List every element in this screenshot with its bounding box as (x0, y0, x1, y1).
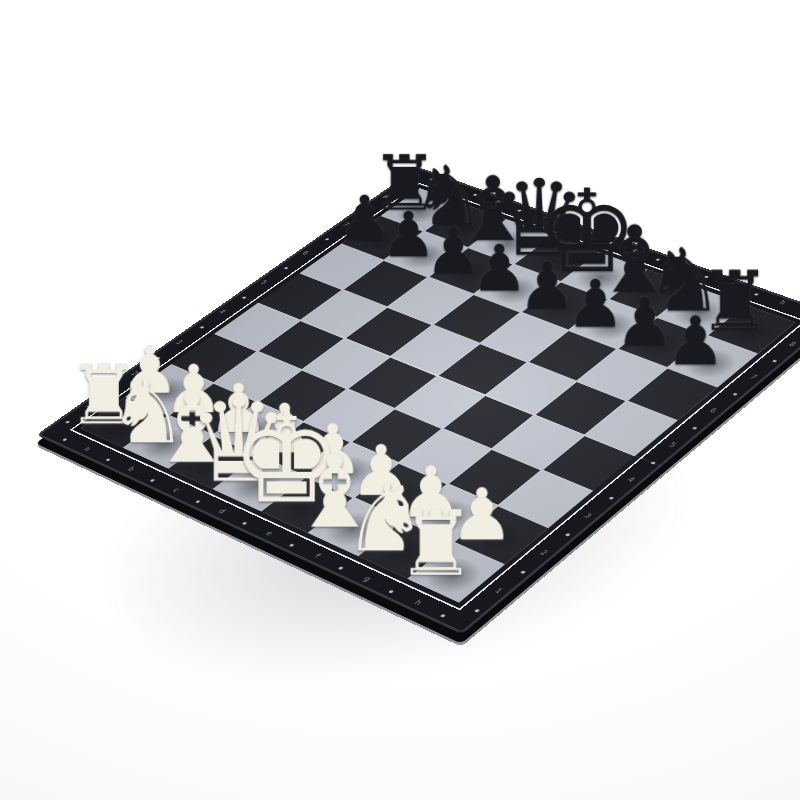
frame-rivet (704, 275, 709, 278)
coordinate-label-8: 8 (784, 339, 800, 349)
frame-rivet (772, 360, 778, 363)
coordinate-label-3: 3 (171, 338, 187, 347)
coordinate-label-b: b (491, 198, 507, 206)
frame-rivet (692, 426, 698, 429)
coordinate-label-2: 2 (126, 369, 142, 378)
frame-rivet (155, 357, 160, 360)
frame-rivet (338, 566, 344, 570)
frame-rivet (429, 178, 434, 181)
frame-rivet (651, 461, 657, 465)
board-perspective-scene: ♜♞♝♛♚♝♞♜♟♟♟♟♟♟♟♟♟♟♟♟♟♟♟♟♜♞♝♛♚♝♞♜ aa88bb7… (109, 47, 767, 705)
frame-rivet (440, 614, 446, 618)
frame-rivet (474, 609, 480, 613)
frame-rivet (608, 242, 613, 245)
frame-rivet (520, 570, 526, 574)
frame-rivet (562, 225, 567, 228)
coordinate-label-6: 6 (298, 249, 314, 257)
frame-rivet (62, 438, 68, 441)
coordinate-label-5: 5 (256, 278, 272, 287)
coordinate-label-d: d (581, 230, 597, 239)
frame-rivet (608, 497, 614, 501)
board-grid: ♜♞♝♛♚♝♞♜♟♟♟♟♟♟♟♟♟♟♟♟♟♟♟♟♜♞♝♛♚♝♞♜ (81, 188, 796, 602)
frame-rivet (241, 521, 247, 525)
coordinate-label-4: 4 (214, 307, 230, 316)
frame-rivet (473, 194, 478, 197)
piece-contact-shadow (174, 443, 246, 486)
frame-rivet (404, 182, 409, 185)
coordinate-label-g: g (358, 573, 376, 584)
coordinate-label-f: f (309, 550, 327, 561)
coordinate-label-c: c (535, 214, 551, 222)
coordinate-label-c: c (168, 485, 185, 495)
frame-rivet (289, 544, 295, 548)
frame-rivet (325, 238, 330, 241)
frame-rivet (65, 421, 71, 424)
coordinate-label-6: 6 (705, 405, 722, 415)
coordinate-label-f: f (675, 263, 691, 272)
coordinate-label-a: a (79, 444, 96, 454)
coordinate-label-2: 2 (535, 547, 553, 558)
frame-rivet (365, 210, 370, 213)
square-b4 (259, 321, 344, 369)
coordinate-label-b: b (123, 464, 140, 474)
coordinate-label-d: d (213, 506, 231, 517)
board-playing-area: ♜♞♝♛♚♝♞♜♟♟♟♟♟♟♟♟♟♟♟♟♟♟♟♟♜♞♝♛♚♝♞♜ (70, 183, 800, 611)
frame-rivet (656, 258, 661, 261)
coordinate-label-e: e (628, 246, 644, 255)
coordinate-label-8: 8 (378, 193, 393, 201)
frame-rivet (517, 209, 522, 212)
piece-contact-shadow (86, 404, 156, 445)
piece-contact-shadow (129, 423, 200, 465)
coordinate-label-g: g (724, 280, 740, 289)
frame-rivet (195, 500, 201, 504)
board-tilt-wrapper: ♜♞♝♛♚♝♞♜♟♟♟♟♟♟♟♟♟♟♟♟♟♟♟♟♜♞♝♛♚♝♞♜ aa88bb7… (109, 47, 767, 705)
frame-rivet (242, 296, 247, 299)
coordinate-label-1: 1 (81, 401, 98, 411)
product-photo-stage: ♜♞♝♛♚♝♞♜♟♟♟♟♟♟♟♟♟♟♟♟♟♟♟♟♜♞♝♛♚♝♞♜ aa88bb7… (0, 0, 800, 800)
frame-rivet (565, 533, 571, 537)
frame-rivet (199, 326, 204, 329)
coordinate-label-h: h (409, 597, 428, 609)
coordinate-label-3: 3 (579, 510, 597, 521)
coordinate-label-5: 5 (664, 439, 682, 449)
coordinate-label-h: h (775, 298, 792, 307)
coordinate-label-7: 7 (745, 372, 762, 382)
coordinate-label-7: 7 (338, 220, 353, 228)
square-f4 (444, 396, 533, 448)
frame-rivet (149, 479, 155, 482)
frame-rivet (754, 293, 760, 296)
frame-rivet (111, 388, 116, 391)
coordinate-label-e: e (260, 528, 278, 539)
coordinate-label-4: 4 (622, 474, 640, 485)
coordinate-label-1: 1 (489, 585, 508, 597)
frame-rivet (732, 393, 738, 396)
frame-rivet (284, 267, 289, 270)
frame-rivet (105, 458, 111, 461)
frame-rivet (388, 590, 394, 594)
piece-contact-shadow (220, 464, 293, 508)
coordinate-label-a: a (447, 182, 462, 190)
